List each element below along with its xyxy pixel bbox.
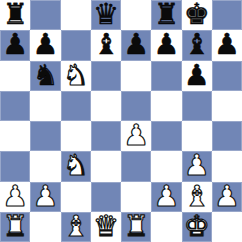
square-b4[interactable] xyxy=(30,121,60,151)
piece-black-rook: ♜ xyxy=(153,0,179,29)
square-e3[interactable] xyxy=(121,151,151,181)
piece-white-knight: ♞ xyxy=(63,60,89,90)
square-d1[interactable]: ♛ xyxy=(91,212,121,242)
square-h3[interactable] xyxy=(212,151,242,181)
piece-white-knight: ♞ xyxy=(63,150,89,180)
square-h6[interactable] xyxy=(212,61,242,91)
square-e8[interactable] xyxy=(121,0,151,30)
square-h8[interactable] xyxy=(212,0,242,30)
square-c7[interactable] xyxy=(61,30,91,60)
piece-black-bishop: ♝ xyxy=(184,29,210,59)
square-h7[interactable]: ♟ xyxy=(212,30,242,60)
piece-black-pawn: ♟ xyxy=(123,29,149,59)
square-a1[interactable]: ♜ xyxy=(0,212,30,242)
square-g7[interactable]: ♝ xyxy=(182,30,212,60)
chess-board: ♜♛♜♚♟♟♝♟♟♝♟♞♞♟♟♞♟♟♟♟♝♟♜♝♛♜♚ xyxy=(0,0,242,242)
square-d3[interactable] xyxy=(91,151,121,181)
square-g1[interactable]: ♚ xyxy=(182,212,212,242)
square-b8[interactable] xyxy=(30,0,60,30)
square-g2[interactable]: ♝ xyxy=(182,182,212,212)
square-f3[interactable] xyxy=(151,151,181,181)
square-h1[interactable] xyxy=(212,212,242,242)
piece-black-queen: ♛ xyxy=(93,0,119,29)
square-c2[interactable] xyxy=(61,182,91,212)
square-e4[interactable]: ♟ xyxy=(121,121,151,151)
square-a8[interactable]: ♜ xyxy=(0,0,30,30)
piece-black-king: ♚ xyxy=(184,0,210,29)
square-d2[interactable] xyxy=(91,182,121,212)
square-g3[interactable]: ♟ xyxy=(182,151,212,181)
piece-white-king: ♚ xyxy=(184,211,210,241)
square-d5[interactable] xyxy=(91,91,121,121)
piece-white-pawn: ♟ xyxy=(153,181,179,211)
piece-black-pawn: ♟ xyxy=(214,29,240,59)
square-f5[interactable] xyxy=(151,91,181,121)
piece-black-rook: ♜ xyxy=(2,0,28,29)
square-h5[interactable] xyxy=(212,91,242,121)
piece-white-rook: ♜ xyxy=(123,211,149,241)
square-a3[interactable] xyxy=(0,151,30,181)
square-a7[interactable]: ♟ xyxy=(0,30,30,60)
piece-black-bishop: ♝ xyxy=(93,29,119,59)
square-f4[interactable] xyxy=(151,121,181,151)
square-c6[interactable]: ♞ xyxy=(61,61,91,91)
square-b2[interactable]: ♟ xyxy=(30,182,60,212)
piece-white-bishop: ♝ xyxy=(184,181,210,211)
piece-white-pawn: ♟ xyxy=(214,181,240,211)
square-f8[interactable]: ♜ xyxy=(151,0,181,30)
piece-black-knight: ♞ xyxy=(32,60,58,90)
square-c8[interactable] xyxy=(61,0,91,30)
piece-black-pawn: ♟ xyxy=(153,29,179,59)
square-f2[interactable]: ♟ xyxy=(151,182,181,212)
square-e1[interactable]: ♜ xyxy=(121,212,151,242)
square-f1[interactable] xyxy=(151,212,181,242)
square-c5[interactable] xyxy=(61,91,91,121)
square-c3[interactable]: ♞ xyxy=(61,151,91,181)
square-c1[interactable]: ♝ xyxy=(61,212,91,242)
square-e6[interactable] xyxy=(121,61,151,91)
square-h4[interactable] xyxy=(212,121,242,151)
square-a5[interactable] xyxy=(0,91,30,121)
square-d6[interactable] xyxy=(91,61,121,91)
square-b3[interactable] xyxy=(30,151,60,181)
square-d8[interactable]: ♛ xyxy=(91,0,121,30)
piece-white-pawn: ♟ xyxy=(184,150,210,180)
piece-white-pawn: ♟ xyxy=(123,120,149,150)
square-e7[interactable]: ♟ xyxy=(121,30,151,60)
square-c4[interactable] xyxy=(61,121,91,151)
piece-white-pawn: ♟ xyxy=(32,181,58,211)
square-a6[interactable] xyxy=(0,61,30,91)
square-g6[interactable]: ♟ xyxy=(182,61,212,91)
square-g5[interactable] xyxy=(182,91,212,121)
square-b7[interactable]: ♟ xyxy=(30,30,60,60)
square-e2[interactable] xyxy=(121,182,151,212)
square-f7[interactable]: ♟ xyxy=(151,30,181,60)
square-b6[interactable]: ♞ xyxy=(30,61,60,91)
square-d7[interactable]: ♝ xyxy=(91,30,121,60)
piece-black-pawn: ♟ xyxy=(32,29,58,59)
square-a2[interactable]: ♟ xyxy=(0,182,30,212)
piece-white-queen: ♛ xyxy=(93,211,119,241)
square-a4[interactable] xyxy=(0,121,30,151)
square-h2[interactable]: ♟ xyxy=(212,182,242,212)
piece-black-pawn: ♟ xyxy=(184,60,210,90)
piece-white-pawn: ♟ xyxy=(2,181,28,211)
square-f6[interactable] xyxy=(151,61,181,91)
square-b1[interactable] xyxy=(30,212,60,242)
square-g8[interactable]: ♚ xyxy=(182,0,212,30)
square-d4[interactable] xyxy=(91,121,121,151)
square-g4[interactable] xyxy=(182,121,212,151)
chessboard-screenshot: ♜♛♜♚♟♟♝♟♟♝♟♞♞♟♟♞♟♟♟♟♝♟♜♝♛♜♚ xyxy=(0,0,242,242)
piece-white-bishop: ♝ xyxy=(63,211,89,241)
square-e5[interactable] xyxy=(121,91,151,121)
piece-black-pawn: ♟ xyxy=(2,29,28,59)
piece-white-rook: ♜ xyxy=(2,211,28,241)
square-b5[interactable] xyxy=(30,91,60,121)
